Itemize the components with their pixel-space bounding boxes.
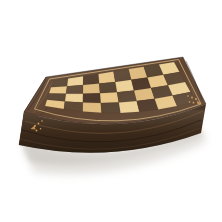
inlay-dot: [36, 130, 38, 132]
chess-case-photo: [0, 0, 222, 222]
inlay-dot: [38, 123, 40, 125]
inlay-dot: [41, 120, 43, 122]
inlay-dot: [40, 128, 42, 130]
product-photo: [0, 0, 222, 222]
